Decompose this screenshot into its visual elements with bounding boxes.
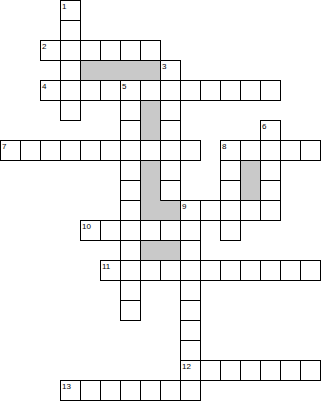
letter-cell-r4-c12[interactable] — [241, 81, 261, 101]
letter-cell-r4-c5[interactable] — [101, 81, 121, 101]
letter-cell-r5-c8[interactable] — [161, 101, 181, 121]
letter-cell-r10-c12[interactable] — [241, 201, 261, 221]
shaded-region-strip-col7-rows5-6 — [141, 101, 161, 141]
letter-cell-r13-c6[interactable] — [121, 261, 141, 281]
letter-cell-r8-c8[interactable] — [161, 161, 181, 181]
letter-cell-r2-c3[interactable] — [61, 41, 81, 61]
letter-cell-r18-c12[interactable] — [241, 361, 261, 381]
letter-cell-r13-c11[interactable] — [221, 261, 241, 281]
letter-cell-r18-c15[interactable] — [301, 361, 321, 381]
letter-cell-r16-c9[interactable] — [181, 321, 201, 341]
letter-cell-r7-c4[interactable] — [81, 141, 101, 161]
clue-number-8: 8 — [222, 142, 227, 151]
letter-cell-r12-c9[interactable] — [181, 241, 201, 261]
letter-cell-r19-c4[interactable] — [81, 381, 101, 401]
letter-cell-r10-c13[interactable] — [261, 201, 281, 221]
letter-cell-r1-c3[interactable] — [61, 21, 81, 41]
letter-cell-r19-c9[interactable] — [181, 381, 201, 401]
letter-cell-r11-c11[interactable] — [221, 221, 241, 241]
letter-cell-r7-c8[interactable] — [161, 141, 181, 161]
clue-number-9: 9 — [182, 202, 187, 211]
clue-number-10: 10 — [82, 222, 91, 231]
letter-cell-r18-c10[interactable] — [201, 361, 221, 381]
letter-cell-r19-c8[interactable] — [161, 381, 181, 401]
clue-number-4: 4 — [42, 82, 47, 91]
letter-cell-r2-c6[interactable] — [121, 41, 141, 61]
letter-cell-r17-c9[interactable] — [181, 341, 201, 361]
crossword-grid-svg: 12345678910111213 — [0, 0, 321, 401]
letter-cell-r13-c12[interactable] — [241, 261, 261, 281]
clue-number-12: 12 — [182, 362, 191, 371]
clue-number-13: 13 — [62, 382, 71, 391]
letter-cell-r10-c11[interactable] — [221, 201, 241, 221]
letter-cell-r19-c7[interactable] — [141, 381, 161, 401]
letter-cell-r14-c9[interactable] — [181, 281, 201, 301]
shaded-region-strip-col12-rows8-9 — [241, 161, 261, 201]
letter-cell-r3-c3[interactable] — [61, 61, 81, 81]
letter-cell-r14-c6[interactable] — [121, 281, 141, 301]
letter-cell-r7-c12[interactable] — [241, 141, 261, 161]
letter-cell-r9-c11[interactable] — [221, 181, 241, 201]
letter-cell-r18-c11[interactable] — [221, 361, 241, 381]
letter-cell-r13-c10[interactable] — [201, 261, 221, 281]
shaded-region-strip-row12-cols7-8 — [141, 241, 181, 261]
letter-cell-r4-c10[interactable] — [201, 81, 221, 101]
letter-cell-r7-c14[interactable] — [281, 141, 301, 161]
letter-cell-r18-c14[interactable] — [281, 361, 301, 381]
letter-cell-r4-c11[interactable] — [221, 81, 241, 101]
letter-cell-r11-c6[interactable] — [121, 221, 141, 241]
clue-number-5: 5 — [122, 82, 127, 91]
letter-cell-r4-c3[interactable] — [61, 81, 81, 101]
letter-cell-r7-c9[interactable] — [181, 141, 201, 161]
letter-cell-r6-c8[interactable] — [161, 121, 181, 141]
letter-cell-r7-c13[interactable] — [261, 141, 281, 161]
letter-cell-r6-c6[interactable] — [121, 121, 141, 141]
clue-number-3: 3 — [162, 62, 167, 71]
letter-cell-r13-c8[interactable] — [161, 261, 181, 281]
letter-cell-r7-c15[interactable] — [301, 141, 321, 161]
letter-cell-r18-c13[interactable] — [261, 361, 281, 381]
letter-cell-r8-c13[interactable] — [261, 161, 281, 181]
letter-cell-r13-c15[interactable] — [301, 261, 321, 281]
letter-cell-r15-c6[interactable] — [121, 301, 141, 321]
letter-cell-r7-c3[interactable] — [61, 141, 81, 161]
letter-cell-r15-c9[interactable] — [181, 301, 201, 321]
letter-cell-r11-c5[interactable] — [101, 221, 121, 241]
letter-cell-r4-c7[interactable] — [141, 81, 161, 101]
letter-cell-r2-c7[interactable] — [141, 41, 161, 61]
letter-cell-r13-c9[interactable] — [181, 261, 201, 281]
letter-cell-r2-c5[interactable] — [101, 41, 121, 61]
letter-cell-r7-c2[interactable] — [41, 141, 61, 161]
clue-number-11: 11 — [102, 262, 111, 271]
letter-cell-r4-c8[interactable] — [161, 81, 181, 101]
clue-number-2: 2 — [42, 42, 47, 51]
letter-cell-r11-c7[interactable] — [141, 221, 161, 241]
letter-cell-r10-c6[interactable] — [121, 201, 141, 221]
clue-number-7: 7 — [2, 142, 7, 151]
clue-number-6: 6 — [262, 122, 267, 131]
letter-cell-r9-c8[interactable] — [161, 181, 181, 201]
letter-cell-r7-c7[interactable] — [141, 141, 161, 161]
letter-cell-r13-c13[interactable] — [261, 261, 281, 281]
letter-cell-r5-c3[interactable] — [61, 101, 81, 121]
letter-cell-r19-c6[interactable] — [121, 381, 141, 401]
letter-cell-r4-c9[interactable] — [181, 81, 201, 101]
letter-cell-r4-c13[interactable] — [261, 81, 281, 101]
letter-cell-r12-c6[interactable] — [121, 241, 141, 261]
clue-number-1: 1 — [62, 2, 67, 11]
letter-cell-r10-c10[interactable] — [201, 201, 221, 221]
letter-cell-r4-c4[interactable] — [81, 81, 101, 101]
letter-cell-r11-c8[interactable] — [161, 221, 181, 241]
letter-cell-r11-c9[interactable] — [181, 221, 201, 241]
letter-cell-r13-c7[interactable] — [141, 261, 161, 281]
shaded-region-strip-row3-cols4-7 — [81, 61, 161, 81]
letter-cell-r9-c6[interactable] — [121, 181, 141, 201]
letter-cell-r7-c6[interactable] — [121, 141, 141, 161]
letter-cell-r7-c1[interactable] — [21, 141, 41, 161]
crossword-puzzle: 12345678910111213 — [0, 0, 321, 401]
letter-cell-r7-c5[interactable] — [101, 141, 121, 161]
letter-cell-r8-c6[interactable] — [121, 161, 141, 181]
letter-cell-r8-c11[interactable] — [221, 161, 241, 181]
letter-cell-r19-c5[interactable] — [101, 381, 121, 401]
letter-cell-r2-c4[interactable] — [81, 41, 101, 61]
letter-cell-r9-c13[interactable] — [261, 181, 281, 201]
letter-cell-r13-c14[interactable] — [281, 261, 301, 281]
letter-cell-r5-c6[interactable] — [121, 101, 141, 121]
